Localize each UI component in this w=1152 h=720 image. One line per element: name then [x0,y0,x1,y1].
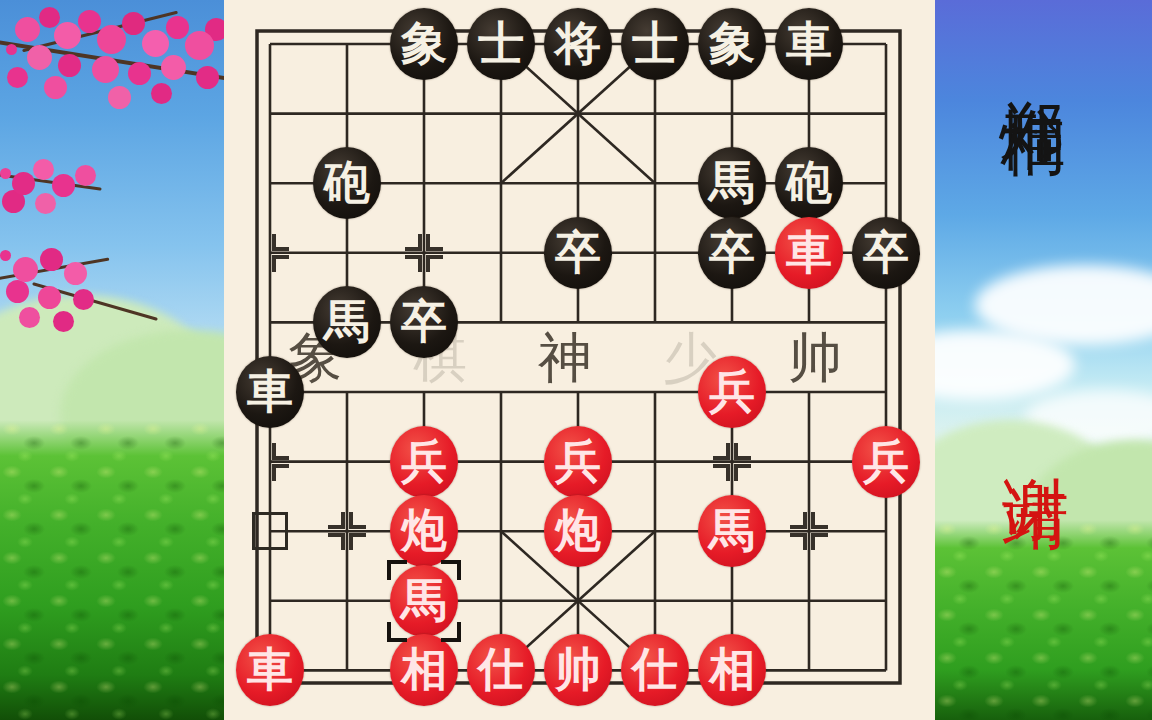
xiangqi-piece-red[interactable]: 帅 [544,634,612,706]
cherry-blossoms [6,44,17,55]
background-right-scenery [935,0,1152,720]
blossom-branch [0,172,102,190]
star-point-marker [712,442,752,482]
blossom-branch [0,258,109,282]
xiangqi-piece-red[interactable]: 仕 [621,634,689,706]
xiangqi-piece-black[interactable]: 士 [621,8,689,80]
xiangqi-piece-red[interactable]: 車 [775,217,843,289]
star-point-marker [327,511,367,551]
cherry-blossoms [0,168,11,179]
xiangqi-piece-red[interactable]: 車 [236,634,304,706]
xiangqi-piece-black[interactable]: 砲 [313,147,381,219]
tree-line [935,520,1152,720]
xiangqi-piece-black[interactable]: 将 [544,8,612,80]
xiangqi-piece-black[interactable]: 卒 [852,217,920,289]
xiangqi-piece-black[interactable]: 卒 [390,286,458,358]
xiangqi-piece-red[interactable]: 仕 [467,634,535,706]
screenshot-root: 郑惟桐 谢靖 象棋神少帅 象士将士象車砲馬砲卒卒車卒馬卒車兵兵兵兵炮炮馬馬車相仕… [0,0,1152,720]
xiangqi-piece-red[interactable]: 炮 [544,495,612,567]
xiangqi-piece-black[interactable]: 車 [775,8,843,80]
xiangqi-board: 象棋神少帅 象士将士象車砲馬砲卒卒車卒馬卒車兵兵兵兵炮炮馬馬車相仕帅仕相 [224,0,935,720]
star-point-marker [250,442,290,482]
xiangqi-piece-black[interactable]: 卒 [698,217,766,289]
last-move-to-marker [390,565,458,637]
xiangqi-piece-black[interactable]: 象 [390,8,458,80]
star-point-marker [250,233,290,273]
xiangqi-piece-black[interactable]: 車 [236,356,304,428]
xiangqi-piece-red[interactable]: 兵 [852,426,920,498]
xiangqi-piece-red[interactable]: 兵 [698,356,766,428]
xiangqi-piece-red[interactable]: 馬 [698,495,766,567]
player-name-red: 谢靖 [1003,424,1070,438]
xiangqi-piece-black[interactable]: 馬 [698,147,766,219]
xiangqi-piece-black[interactable]: 馬 [313,286,381,358]
star-point-marker [404,233,444,273]
xiangqi-piece-black[interactable]: 卒 [544,217,612,289]
last-move-from-marker [252,512,288,550]
xiangqi-piece-red[interactable]: 相 [390,634,458,706]
blossom-branch [22,11,178,53]
xiangqi-piece-red[interactable]: 兵 [390,426,458,498]
tree-line [0,420,224,720]
river-watermark-char: 帅 [783,326,847,390]
xiangqi-piece-red[interactable]: 兵 [544,426,612,498]
star-point-marker [789,511,829,551]
xiangqi-piece-black[interactable]: 象 [698,8,766,80]
xiangqi-piece-black[interactable]: 砲 [775,147,843,219]
xiangqi-piece-black[interactable]: 士 [467,8,535,80]
xiangqi-piece-red[interactable]: 相 [698,634,766,706]
cherry-blossoms [0,250,11,261]
background-left-scenery [0,0,224,720]
xiangqi-piece-red[interactable]: 炮 [390,495,458,567]
player-name-black: 郑惟桐 [1001,48,1066,69]
river-watermark-char: 神 [533,326,597,390]
